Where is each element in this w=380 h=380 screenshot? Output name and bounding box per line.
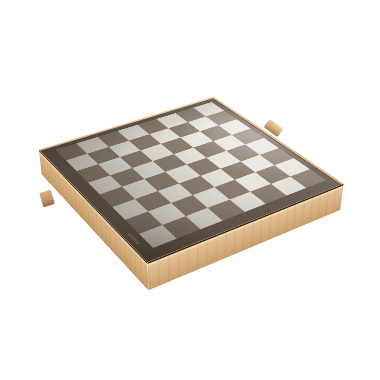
square-r5c7 bbox=[193, 187, 229, 207]
square-r5c6 bbox=[179, 176, 214, 195]
square-r8c5 bbox=[100, 187, 135, 207]
product-photo: umbra bbox=[0, 0, 380, 380]
square-r6c5 bbox=[144, 172, 179, 191]
square-r7c5 bbox=[122, 179, 157, 199]
square-r5c8 bbox=[208, 199, 245, 220]
square-r4c8 bbox=[229, 191, 266, 212]
square-r4c7 bbox=[214, 180, 250, 200]
square-r7c7 bbox=[149, 203, 186, 225]
square-r4c6 bbox=[200, 168, 235, 187]
square-r1c8 bbox=[290, 169, 326, 188]
square-r7c4 bbox=[110, 168, 144, 187]
square-r7c8 bbox=[163, 216, 201, 239]
square-r3c7 bbox=[235, 172, 270, 191]
chess-box-scene: umbra bbox=[0, 0, 380, 380]
square-r8c4 bbox=[88, 175, 123, 194]
board-panel: umbra bbox=[40, 98, 341, 262]
square-r5c5 bbox=[166, 165, 200, 184]
square-r8c3 bbox=[77, 164, 111, 182]
square-r8c8 bbox=[139, 225, 177, 248]
square-r7c6 bbox=[135, 191, 171, 212]
square-r6c8 bbox=[185, 207, 223, 229]
square-r8c6 bbox=[112, 199, 148, 220]
square-r6c6 bbox=[157, 183, 193, 203]
square-r8c7 bbox=[125, 211, 162, 233]
square-r2c8 bbox=[271, 176, 307, 195]
square-r3c8 bbox=[250, 184, 286, 204]
brand-logo: umbra bbox=[125, 232, 141, 244]
box-lid-top: umbra bbox=[39, 97, 344, 263]
square-r2c7 bbox=[255, 165, 290, 184]
square-r6c7 bbox=[171, 195, 208, 216]
